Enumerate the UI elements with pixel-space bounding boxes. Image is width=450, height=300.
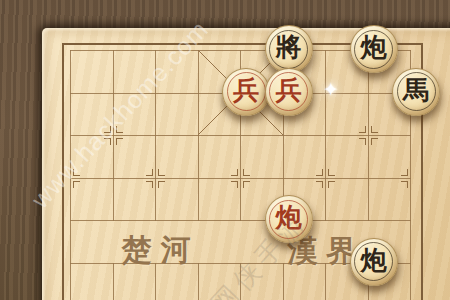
- grid-file-line: [113, 263, 114, 300]
- piece-black-horse[interactable]: 馬: [392, 68, 440, 116]
- piece-red-cannon[interactable]: 炮: [265, 195, 313, 243]
- point-marker: [59, 167, 81, 189]
- grid-rank-line: [70, 220, 411, 221]
- piece-glyph: 馬: [403, 78, 429, 104]
- piece-black-cannon-1[interactable]: 炮: [350, 25, 398, 73]
- point-marker: [144, 167, 166, 189]
- game-screen: 楚河 漢界 將炮兵兵馬炮炮✦ www.hackhome.com 网侠手游: [0, 0, 450, 300]
- piece-glyph: 炮: [361, 35, 387, 61]
- point-marker: [102, 124, 124, 146]
- piece-black-cannon-2[interactable]: 炮: [350, 238, 398, 286]
- point-marker: [229, 167, 251, 189]
- piece-black-general[interactable]: 將: [265, 25, 313, 73]
- grid-file-line: [283, 263, 284, 300]
- xiangqi-board[interactable]: 楚河 漢界 將炮兵兵馬炮炮✦: [42, 28, 450, 300]
- river-label-left: 楚河: [113, 230, 200, 271]
- point-marker: [314, 167, 336, 189]
- point-marker: [357, 124, 379, 146]
- piece-red-soldier-2[interactable]: 兵: [265, 68, 313, 116]
- piece-glyph: 炮: [361, 248, 387, 274]
- grid-file-line: [325, 263, 326, 300]
- piece-glyph: 兵: [233, 78, 259, 104]
- grid-file-line: [240, 263, 241, 300]
- piece-glyph: 將: [276, 35, 302, 61]
- piece-red-soldier-1[interactable]: 兵: [222, 68, 270, 116]
- piece-glyph: 兵: [276, 78, 302, 104]
- point-marker: [399, 167, 421, 189]
- grid-file-line: [198, 263, 199, 300]
- move-highlight-sparkle: ✦: [323, 79, 339, 98]
- board-grid[interactable]: 楚河 漢界 將炮兵兵馬炮炮✦: [70, 50, 411, 300]
- grid-file-line: [155, 263, 156, 300]
- piece-glyph: 炮: [276, 205, 302, 231]
